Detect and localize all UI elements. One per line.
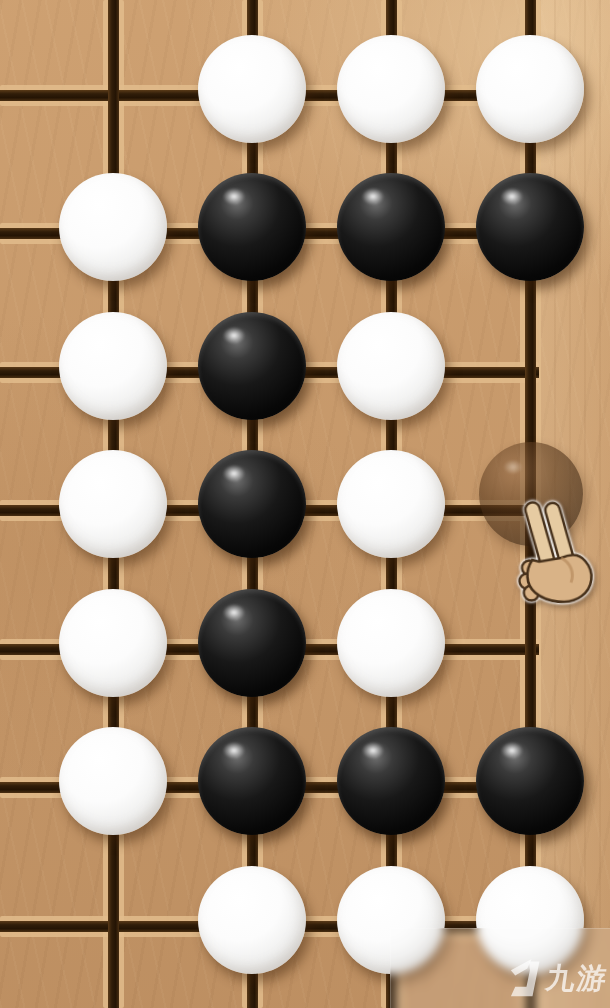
black-stone-highlight <box>358 739 388 762</box>
watermark-row: 九游 <box>504 955 608 1001</box>
go-board: 九游 <box>0 0 610 1008</box>
stone-black-r3c2 <box>198 312 306 420</box>
stone-black-r2c3 <box>337 173 445 281</box>
black-stone-highlight <box>497 185 527 208</box>
stone-black-r2c2 <box>198 173 306 281</box>
black-stone-highlight <box>497 739 527 762</box>
intersection-r5c4[interactable] <box>500 619 560 679</box>
stone-white-r1c4 <box>476 35 584 143</box>
black-stone-highlight <box>219 324 249 347</box>
stone-white-r6c1 <box>59 727 167 835</box>
black-stone-highlight <box>219 462 249 485</box>
watermark-text: 九游 <box>544 964 610 993</box>
stone-white-r1c2 <box>198 35 306 143</box>
black-stone-highlight <box>358 185 388 208</box>
jiuyou-logo-icon <box>504 955 542 1001</box>
ghost-stone-highlight <box>500 457 526 477</box>
stone-white-r1c3 <box>337 35 445 143</box>
black-stone-highlight <box>219 601 249 624</box>
watermark-panel: 九游 <box>390 928 610 1008</box>
intersection-r7c1[interactable] <box>83 896 143 956</box>
stone-black-r5c2 <box>198 589 306 697</box>
stone-black-r4c2 <box>198 450 306 558</box>
black-stone-highlight <box>219 739 249 762</box>
stone-white-r5c1 <box>59 589 167 697</box>
stone-white-r2c1 <box>59 173 167 281</box>
stone-black-r6c4 <box>476 727 584 835</box>
stone-white-r4c3 <box>337 450 445 558</box>
stone-white-r3c3 <box>337 312 445 420</box>
stone-black-r6c3 <box>337 727 445 835</box>
stone-white-r5c3 <box>337 589 445 697</box>
stone-black-r6c2 <box>198 727 306 835</box>
stone-white-r3c1 <box>59 312 167 420</box>
stone-white-r4c1 <box>59 450 167 558</box>
two-finger-tap-cursor-icon <box>510 495 606 610</box>
intersection-r3c4[interactable] <box>500 342 560 402</box>
intersection-r1c1[interactable] <box>83 65 143 125</box>
stone-white-r7c2 <box>198 866 306 974</box>
black-stone-highlight <box>219 185 249 208</box>
stone-black-r2c4 <box>476 173 584 281</box>
